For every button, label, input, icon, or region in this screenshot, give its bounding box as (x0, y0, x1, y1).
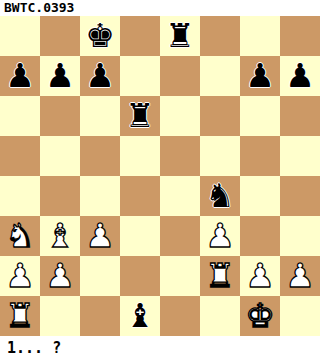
square-a7[interactable]: ♟ (0, 56, 40, 96)
square-a6[interactable] (0, 96, 40, 136)
square-f1[interactable] (200, 296, 240, 336)
square-g4[interactable] (240, 176, 280, 216)
square-c2[interactable] (80, 256, 120, 296)
white-knight: ♞ (5, 216, 35, 256)
square-f7[interactable] (200, 56, 240, 96)
black-bishop: ♝ (125, 296, 155, 336)
black-pawn: ♟ (85, 56, 115, 96)
square-c1[interactable] (80, 296, 120, 336)
square-h4[interactable] (280, 176, 320, 216)
black-rook: ♜ (125, 96, 155, 136)
white-rook: ♜ (205, 256, 235, 296)
square-e8[interactable]: ♜ (160, 16, 200, 56)
square-d3[interactable] (120, 216, 160, 256)
square-g1[interactable]: ♚ (240, 296, 280, 336)
black-knight: ♞ (205, 176, 235, 216)
square-c4[interactable] (80, 176, 120, 216)
square-f8[interactable] (200, 16, 240, 56)
square-f2[interactable]: ♜ (200, 256, 240, 296)
title-bar: BWTC.0393 (0, 0, 320, 16)
square-h5[interactable] (280, 136, 320, 176)
square-b3[interactable]: ♝ (40, 216, 80, 256)
square-h7[interactable]: ♟ (280, 56, 320, 96)
square-f6[interactable] (200, 96, 240, 136)
black-king: ♚ (85, 16, 115, 56)
caption-bar: 1... ? (0, 336, 320, 360)
square-f5[interactable] (200, 136, 240, 176)
square-e4[interactable] (160, 176, 200, 216)
white-pawn: ♟ (245, 256, 275, 296)
square-b7[interactable]: ♟ (40, 56, 80, 96)
puzzle-title: BWTC.0393 (4, 0, 74, 16)
square-c8[interactable]: ♚ (80, 16, 120, 56)
square-a1[interactable]: ♜ (0, 296, 40, 336)
square-g5[interactable] (240, 136, 280, 176)
square-a8[interactable] (0, 16, 40, 56)
black-pawn: ♟ (45, 56, 75, 96)
square-f3[interactable]: ♟ (200, 216, 240, 256)
black-pawn: ♟ (245, 56, 275, 96)
square-c5[interactable] (80, 136, 120, 176)
square-e2[interactable] (160, 256, 200, 296)
white-pawn: ♟ (5, 256, 35, 296)
black-pawn: ♟ (285, 56, 315, 96)
white-pawn: ♟ (45, 256, 75, 296)
square-f4[interactable]: ♞ (200, 176, 240, 216)
square-c6[interactable] (80, 96, 120, 136)
square-a2[interactable]: ♟ (0, 256, 40, 296)
square-d4[interactable] (120, 176, 160, 216)
square-e1[interactable] (160, 296, 200, 336)
square-h6[interactable] (280, 96, 320, 136)
square-e3[interactable] (160, 216, 200, 256)
white-bishop: ♝ (45, 216, 75, 256)
square-g2[interactable]: ♟ (240, 256, 280, 296)
square-b4[interactable] (40, 176, 80, 216)
square-e6[interactable] (160, 96, 200, 136)
square-d2[interactable] (120, 256, 160, 296)
square-g7[interactable]: ♟ (240, 56, 280, 96)
square-c3[interactable]: ♟ (80, 216, 120, 256)
square-e7[interactable] (160, 56, 200, 96)
square-b2[interactable]: ♟ (40, 256, 80, 296)
square-h3[interactable] (280, 216, 320, 256)
square-g8[interactable] (240, 16, 280, 56)
square-h2[interactable]: ♟ (280, 256, 320, 296)
black-rook: ♜ (165, 16, 195, 56)
white-rook: ♜ (5, 296, 35, 336)
white-pawn: ♟ (285, 256, 315, 296)
square-d5[interactable] (120, 136, 160, 176)
square-h8[interactable] (280, 16, 320, 56)
white-pawn: ♟ (85, 216, 115, 256)
square-h1[interactable] (280, 296, 320, 336)
square-c7[interactable]: ♟ (80, 56, 120, 96)
square-g3[interactable] (240, 216, 280, 256)
white-pawn: ♟ (205, 216, 235, 256)
move-prompt: 1... ? (7, 336, 61, 360)
square-a4[interactable] (0, 176, 40, 216)
square-a5[interactable] (0, 136, 40, 176)
square-a3[interactable]: ♞ (0, 216, 40, 256)
square-b6[interactable] (40, 96, 80, 136)
square-b5[interactable] (40, 136, 80, 176)
white-king: ♚ (245, 296, 275, 336)
chess-board: ♚♜♟♟♟♟♟♜♞♞♝♟♟♟♟♜♟♟♜♝♚ (0, 16, 320, 336)
square-e5[interactable] (160, 136, 200, 176)
black-pawn: ♟ (5, 56, 35, 96)
square-d6[interactable]: ♜ (120, 96, 160, 136)
square-b8[interactable] (40, 16, 80, 56)
square-d7[interactable] (120, 56, 160, 96)
square-g6[interactable] (240, 96, 280, 136)
square-d8[interactable] (120, 16, 160, 56)
square-d1[interactable]: ♝ (120, 296, 160, 336)
square-b1[interactable] (40, 296, 80, 336)
